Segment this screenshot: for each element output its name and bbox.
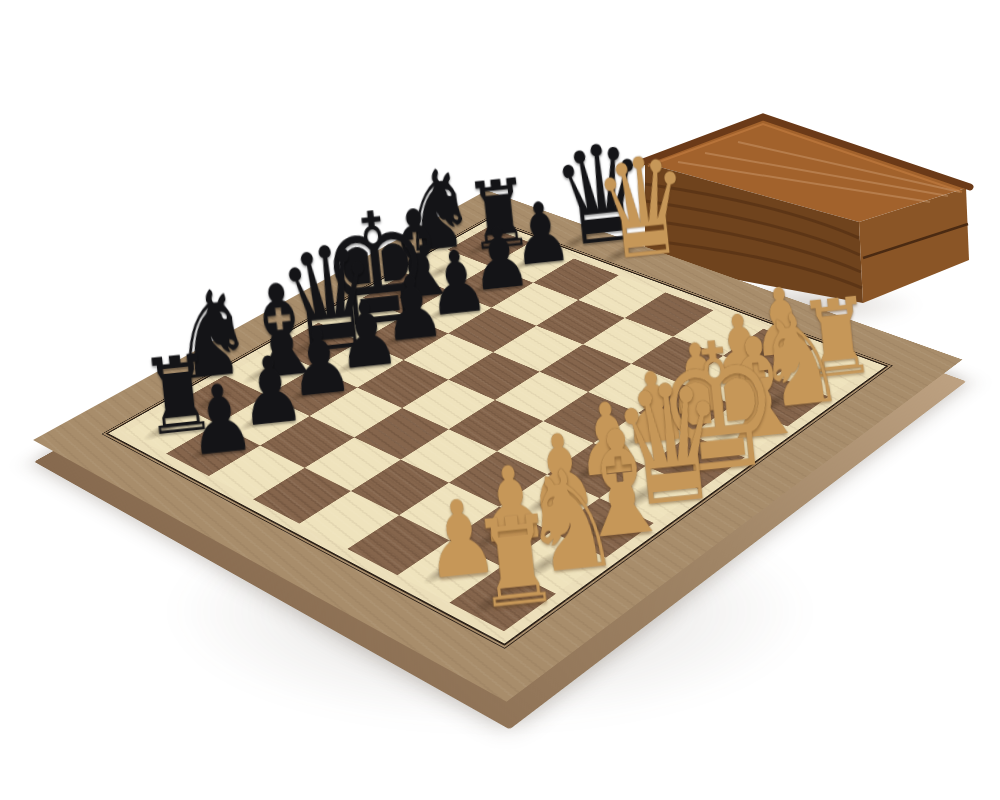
white-queen-glyph: ♛ <box>590 143 697 274</box>
black-pawn-glyph: ♟ <box>183 375 257 466</box>
chess-set-photo: ♜♛♛♞♟♝♟♚♟♛♟♝♟♞♟♟♜♟♟♜♟♟♞♟♝♟♚♟♛♟♝♟♞♜ <box>0 0 1000 800</box>
white-rook-glyph: ♜ <box>469 505 564 622</box>
